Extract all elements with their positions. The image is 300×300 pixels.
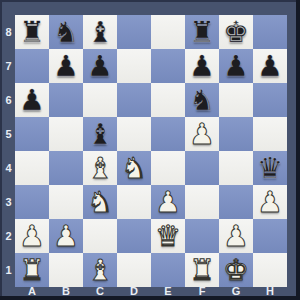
- file-label-a: A: [15, 286, 49, 297]
- square-h3[interactable]: ♟: [253, 185, 287, 219]
- square-h4[interactable]: ♛: [253, 151, 287, 185]
- square-h7[interactable]: ♟: [253, 49, 287, 83]
- square-a5[interactable]: [15, 117, 49, 151]
- file-label-d: D: [117, 286, 151, 297]
- square-f2[interactable]: [185, 219, 219, 253]
- square-d1[interactable]: [117, 253, 151, 287]
- square-g1[interactable]: ♚: [219, 253, 253, 287]
- piece-black-pawn[interactable]: ♟: [53, 49, 79, 83]
- piece-black-bishop[interactable]: ♝: [87, 15, 113, 49]
- square-e3[interactable]: ♟: [151, 185, 185, 219]
- rank-label-8: 8: [2, 15, 15, 49]
- square-b2[interactable]: ♟: [49, 219, 83, 253]
- square-g2[interactable]: ♟: [219, 219, 253, 253]
- square-g8[interactable]: ♚: [219, 15, 253, 49]
- square-e1[interactable]: [151, 253, 185, 287]
- square-f5[interactable]: ♟: [185, 117, 219, 151]
- piece-white-knight[interactable]: ♞: [121, 151, 147, 185]
- piece-white-pawn[interactable]: ♟: [53, 219, 79, 253]
- square-h6[interactable]: [253, 83, 287, 117]
- square-c3[interactable]: ♞: [83, 185, 117, 219]
- square-c8[interactable]: ♝: [83, 15, 117, 49]
- piece-white-pawn[interactable]: ♟: [257, 185, 283, 219]
- square-g7[interactable]: ♟: [219, 49, 253, 83]
- piece-white-pawn[interactable]: ♟: [189, 117, 215, 151]
- piece-black-rook[interactable]: ♜: [189, 15, 215, 49]
- piece-black-pawn[interactable]: ♟: [257, 49, 283, 83]
- piece-black-pawn[interactable]: ♟: [19, 83, 45, 117]
- chess-board-frame: 87654321 ♜♞♝♜♚♟♟♟♟♟♟♞♝♟♝♞♛♞♟♟♟♟♛♟♜♝♜♚ AB…: [0, 0, 300, 300]
- square-a7[interactable]: [15, 49, 49, 83]
- square-e2[interactable]: ♛: [151, 219, 185, 253]
- rank-labels: 87654321: [2, 15, 15, 287]
- square-e5[interactable]: [151, 117, 185, 151]
- square-e6[interactable]: [151, 83, 185, 117]
- square-a2[interactable]: ♟: [15, 219, 49, 253]
- square-h8[interactable]: [253, 15, 287, 49]
- square-b4[interactable]: [49, 151, 83, 185]
- square-g4[interactable]: [219, 151, 253, 185]
- square-b3[interactable]: [49, 185, 83, 219]
- piece-white-pawn[interactable]: ♟: [19, 219, 45, 253]
- square-e7[interactable]: [151, 49, 185, 83]
- rank-label-2: 2: [2, 219, 15, 253]
- piece-white-rook[interactable]: ♜: [19, 253, 45, 287]
- file-label-b: B: [49, 286, 83, 297]
- square-d5[interactable]: [117, 117, 151, 151]
- piece-black-knight[interactable]: ♞: [189, 83, 215, 117]
- square-f6[interactable]: ♞: [185, 83, 219, 117]
- square-d4[interactable]: ♞: [117, 151, 151, 185]
- square-a3[interactable]: [15, 185, 49, 219]
- square-h5[interactable]: [253, 117, 287, 151]
- piece-white-rook[interactable]: ♜: [189, 253, 215, 287]
- square-d7[interactable]: [117, 49, 151, 83]
- file-label-h: H: [253, 286, 287, 297]
- square-d6[interactable]: [117, 83, 151, 117]
- piece-white-bishop[interactable]: ♝: [87, 151, 113, 185]
- square-a4[interactable]: [15, 151, 49, 185]
- file-label-e: E: [151, 286, 185, 297]
- square-a6[interactable]: ♟: [15, 83, 49, 117]
- square-f7[interactable]: ♟: [185, 49, 219, 83]
- square-g3[interactable]: [219, 185, 253, 219]
- square-a8[interactable]: ♜: [15, 15, 49, 49]
- square-b7[interactable]: ♟: [49, 49, 83, 83]
- square-c2[interactable]: [83, 219, 117, 253]
- square-e8[interactable]: [151, 15, 185, 49]
- square-b8[interactable]: ♞: [49, 15, 83, 49]
- square-d2[interactable]: [117, 219, 151, 253]
- piece-white-queen[interactable]: ♛: [155, 219, 181, 253]
- rank-label-1: 1: [2, 253, 15, 287]
- file-label-c: C: [83, 286, 117, 297]
- rank-label-3: 3: [2, 185, 15, 219]
- file-labels: ABCDEFGH: [15, 286, 287, 297]
- piece-white-pawn[interactable]: ♟: [223, 219, 249, 253]
- square-f4[interactable]: [185, 151, 219, 185]
- square-h2[interactable]: [253, 219, 287, 253]
- piece-black-king[interactable]: ♚: [223, 15, 249, 49]
- piece-black-pawn[interactable]: ♟: [189, 49, 215, 83]
- rank-label-4: 4: [2, 151, 15, 185]
- piece-black-rook[interactable]: ♜: [19, 15, 45, 49]
- square-f1[interactable]: ♜: [185, 253, 219, 287]
- rank-label-6: 6: [2, 83, 15, 117]
- rank-label-7: 7: [2, 49, 15, 83]
- square-g5[interactable]: [219, 117, 253, 151]
- piece-white-king[interactable]: ♚: [223, 253, 249, 287]
- square-b5[interactable]: [49, 117, 83, 151]
- square-d3[interactable]: [117, 185, 151, 219]
- square-c1[interactable]: ♝: [83, 253, 117, 287]
- square-f3[interactable]: [185, 185, 219, 219]
- square-b1[interactable]: [49, 253, 83, 287]
- square-f8[interactable]: ♜: [185, 15, 219, 49]
- square-d8[interactable]: [117, 15, 151, 49]
- piece-black-knight[interactable]: ♞: [53, 15, 79, 49]
- piece-black-pawn[interactable]: ♟: [223, 49, 249, 83]
- square-b6[interactable]: [49, 83, 83, 117]
- square-e4[interactable]: [151, 151, 185, 185]
- square-c6[interactable]: [83, 83, 117, 117]
- square-c7[interactable]: ♟: [83, 49, 117, 83]
- square-c5[interactable]: ♝: [83, 117, 117, 151]
- piece-black-pawn[interactable]: ♟: [87, 49, 113, 83]
- square-h1[interactable]: [253, 253, 287, 287]
- square-g6[interactable]: [219, 83, 253, 117]
- piece-white-pawn[interactable]: ♟: [155, 185, 181, 219]
- file-label-g: G: [219, 286, 253, 297]
- square-c4[interactable]: ♝: [83, 151, 117, 185]
- piece-black-bishop[interactable]: ♝: [87, 117, 113, 151]
- piece-white-bishop[interactable]: ♝: [87, 253, 113, 287]
- square-a1[interactable]: ♜: [15, 253, 49, 287]
- file-label-f: F: [185, 286, 219, 297]
- piece-black-queen[interactable]: ♛: [257, 151, 283, 185]
- chess-board[interactable]: ♜♞♝♜♚♟♟♟♟♟♟♞♝♟♝♞♛♞♟♟♟♟♛♟♜♝♜♚: [15, 15, 287, 287]
- rank-label-5: 5: [2, 117, 15, 151]
- piece-white-knight[interactable]: ♞: [87, 185, 113, 219]
